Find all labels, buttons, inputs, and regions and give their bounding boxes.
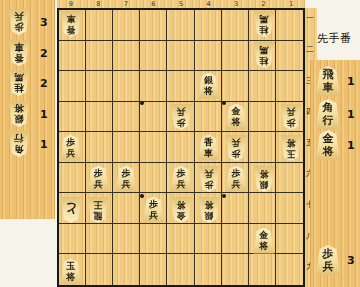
piece-char: 兵 — [204, 168, 213, 179]
square-6九[interactable] — [140, 254, 167, 285]
square-4四[interactable] — [195, 102, 222, 133]
square-6八[interactable] — [140, 224, 167, 255]
square-7四[interactable] — [113, 102, 140, 133]
square-6三[interactable] — [140, 71, 167, 102]
square-9二[interactable] — [59, 41, 86, 72]
piece-char: 兵 — [232, 137, 241, 148]
square-1二[interactable] — [276, 41, 303, 72]
piece-char: 歩 — [149, 199, 158, 210]
square-7二[interactable] — [113, 41, 140, 72]
piece-char: 車 — [14, 41, 24, 52]
piece-char: 兵 — [66, 148, 75, 159]
piece-char: 兵 — [121, 179, 130, 190]
square-6一[interactable] — [140, 10, 167, 41]
piece-char: 角 — [323, 101, 334, 114]
piece-char: 兵 — [287, 106, 296, 117]
piece-char: 将 — [232, 117, 241, 128]
square-5三[interactable] — [167, 71, 194, 102]
gote-hand-count: 1 — [40, 139, 48, 151]
square-6二[interactable] — [140, 41, 167, 72]
square-1三[interactable] — [276, 71, 303, 102]
piece-char: 兵 — [94, 179, 103, 190]
file-label-4: 4 — [202, 0, 216, 8]
piece-char: 兵 — [14, 11, 24, 22]
piece-char: 将 — [204, 86, 213, 97]
piece-char: 兵 — [149, 210, 158, 221]
square-7五[interactable] — [113, 132, 140, 163]
piece-char: 王 — [94, 199, 103, 210]
square-7七[interactable] — [113, 193, 140, 224]
piece-char: 車 — [66, 13, 75, 24]
file-coordinates: 987654321 — [57, 0, 305, 8]
piece-char: 馬 — [14, 72, 24, 83]
piece-char: 歩 — [14, 22, 24, 33]
square-7八[interactable] — [113, 224, 140, 255]
square-4八[interactable] — [195, 224, 222, 255]
piece-char: 行 — [14, 133, 24, 144]
square-8一[interactable] — [86, 10, 113, 41]
piece-char: 兵 — [177, 179, 186, 190]
square-5五[interactable] — [167, 132, 194, 163]
piece-char: 飛 — [323, 68, 334, 81]
square-5一[interactable] — [167, 10, 194, 41]
turn-indicator: 先手番 — [317, 31, 360, 46]
square-7九[interactable] — [113, 254, 140, 285]
piece-char: 金 — [323, 132, 334, 145]
piece-char: 龍 — [94, 210, 103, 221]
star-point — [140, 101, 144, 105]
piece-char: 歩 — [177, 117, 186, 128]
gote-hand-count: 2 — [40, 78, 48, 90]
piece-char: 車 — [323, 81, 334, 94]
piece-char: 兵 — [177, 106, 186, 117]
piece-char: 香 — [66, 24, 75, 35]
piece-char: 金 — [177, 210, 186, 221]
square-9六[interactable] — [59, 163, 86, 194]
gote-hand-count: 2 — [40, 48, 48, 60]
piece-char: 歩 — [287, 117, 296, 128]
piece-char: 香 — [204, 137, 213, 148]
square-9三[interactable] — [59, 71, 86, 102]
file-label-1: 1 — [284, 0, 298, 8]
square-1六[interactable] — [276, 163, 303, 194]
piece-char: 馬 — [259, 44, 268, 55]
piece-char: 将 — [204, 199, 213, 210]
sente-hand-count: 1 — [347, 140, 355, 152]
piece-char: 桂 — [14, 83, 24, 94]
piece-char: 桂 — [259, 55, 268, 66]
sente-hand-count: 1 — [347, 76, 355, 88]
piece-char: 銀 — [259, 179, 268, 190]
piece-char: 玉 — [287, 148, 296, 159]
piece-char: 将 — [66, 272, 75, 283]
square-1七[interactable] — [276, 193, 303, 224]
square-1一[interactable] — [276, 10, 303, 41]
square-4二[interactable] — [195, 41, 222, 72]
square-4九[interactable] — [195, 254, 222, 285]
sente-hand-count: 1 — [347, 109, 355, 121]
square-3八[interactable] — [222, 224, 249, 255]
square-6四[interactable] — [140, 102, 167, 133]
square-3一[interactable] — [222, 10, 249, 41]
piece-char: 歩 — [204, 179, 213, 190]
piece-char: 桂 — [259, 24, 268, 35]
square-3九[interactable] — [222, 254, 249, 285]
piece-char: 歩 — [232, 168, 241, 179]
piece-char: 兵 — [323, 260, 334, 273]
file-label-6: 6 — [146, 0, 160, 8]
piece-char: 歩 — [66, 137, 75, 148]
piece-char: 歩 — [177, 168, 186, 179]
square-1九[interactable] — [276, 254, 303, 285]
piece-char: 玉 — [66, 261, 75, 272]
piece-char: と — [64, 203, 77, 216]
square-5八[interactable] — [167, 224, 194, 255]
piece-char: 銀 — [14, 114, 24, 125]
rank-label-二: 二 — [306, 45, 317, 54]
piece-char: 将 — [287, 137, 296, 148]
piece-char: 角 — [14, 144, 24, 155]
square-7一[interactable] — [113, 10, 140, 41]
square-8五[interactable] — [86, 132, 113, 163]
sente-hand-count: 3 — [347, 255, 355, 267]
square-4一[interactable] — [195, 10, 222, 41]
square-9八[interactable] — [59, 224, 86, 255]
piece-char: 歩 — [94, 168, 103, 179]
square-2九[interactable] — [249, 254, 276, 285]
square-5二[interactable] — [167, 41, 194, 72]
piece-char: 将 — [14, 102, 24, 113]
square-8三[interactable] — [86, 71, 113, 102]
piece-char: 車 — [204, 148, 213, 159]
file-label-3: 3 — [229, 0, 243, 8]
gote-hand-count: 3 — [40, 17, 48, 29]
piece-char: 香 — [14, 53, 24, 64]
square-3二[interactable] — [222, 41, 249, 72]
piece-char: 将 — [323, 145, 334, 158]
piece-char: 将 — [259, 241, 268, 252]
piece-char: 銀 — [204, 210, 213, 221]
square-6五[interactable] — [140, 132, 167, 163]
gote-hand-count: 1 — [40, 109, 48, 121]
square-2四[interactable] — [249, 102, 276, 133]
file-label-8: 8 — [91, 0, 105, 8]
square-7三[interactable] — [113, 71, 140, 102]
file-label-2: 2 — [257, 0, 271, 8]
piece-char: 将 — [259, 168, 268, 179]
piece-char: 銀 — [204, 75, 213, 86]
piece-char: 歩 — [323, 247, 334, 260]
square-3三[interactable] — [222, 71, 249, 102]
square-2三[interactable] — [249, 71, 276, 102]
piece-char: 兵 — [232, 179, 241, 190]
square-8九[interactable] — [86, 254, 113, 285]
square-5九[interactable] — [167, 254, 194, 285]
piece-char: 将 — [177, 199, 186, 210]
square-8八[interactable] — [86, 224, 113, 255]
square-6六[interactable] — [140, 163, 167, 194]
rank-label-一: 一 — [306, 14, 317, 23]
square-2七[interactable] — [249, 193, 276, 224]
square-1八[interactable] — [276, 224, 303, 255]
piece-char: 金 — [232, 106, 241, 117]
star-point — [140, 194, 144, 198]
piece-char: 行 — [323, 114, 334, 127]
file-label-7: 7 — [119, 0, 133, 8]
file-label-5: 5 — [174, 0, 188, 8]
piece-char: 歩 — [121, 168, 130, 179]
square-2五[interactable] — [249, 132, 276, 163]
square-3七[interactable] — [222, 193, 249, 224]
square-9四[interactable] — [59, 102, 86, 133]
piece-char: 金 — [259, 230, 268, 241]
piece-char: 歩 — [232, 148, 241, 159]
square-8二[interactable] — [86, 41, 113, 72]
piece-char: 馬 — [259, 13, 268, 24]
file-label-9: 9 — [64, 0, 78, 8]
square-8四[interactable] — [86, 102, 113, 133]
